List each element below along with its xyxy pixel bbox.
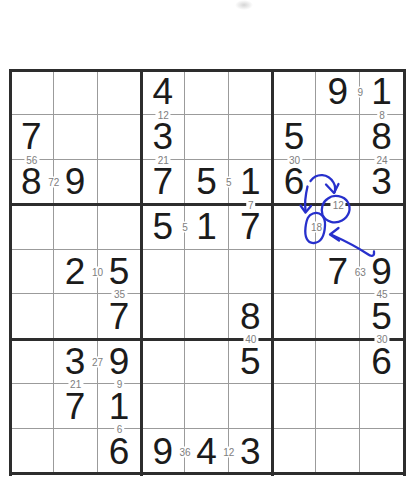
cell-r3c6[interactable]: 1: [229, 160, 273, 205]
cell-r2c9[interactable]: 8: [360, 115, 404, 160]
cell-r2c5[interactable]: [185, 115, 229, 160]
cell-r3c5[interactable]: 5: [185, 160, 229, 205]
board: 4917358897516351725797853956716943: [10, 70, 404, 474]
cell-r3c7[interactable]: 6: [273, 160, 317, 205]
cell-r7c6[interactable]: 5: [229, 339, 273, 384]
cell-r9c7[interactable]: [273, 429, 317, 474]
cell-r2c8[interactable]: [316, 115, 360, 160]
cell-r6c7[interactable]: [273, 294, 317, 339]
product-clue-5-r3c5-right: 5: [224, 177, 234, 188]
product-clue-30-r6c9-bottom: 30: [375, 334, 390, 345]
cell-r5c7[interactable]: [273, 250, 317, 295]
product-clue-56-r2c1-bottom: 56: [24, 154, 39, 165]
cell-r1c1[interactable]: [10, 70, 54, 115]
cell-r6c3[interactable]: 7: [98, 294, 142, 339]
cell-r9c8[interactable]: [316, 429, 360, 474]
product-clue-10-r5c2-right: 10: [90, 267, 105, 278]
product-clue-5-r4c4-right: 5: [180, 222, 190, 233]
product-clue-18-r4c7-right-circled: 18: [309, 222, 324, 233]
cell-r2c2[interactable]: [54, 115, 98, 160]
grid-box-line-v2: [271, 69, 274, 476]
cell-r3c8[interactable]: [316, 160, 360, 205]
product-clue-35-r5c3-bottom: 35: [112, 289, 127, 300]
product-clue-30-r2c7-bottom: 30: [287, 154, 302, 165]
cell-r8c3[interactable]: 1: [98, 384, 142, 429]
product-clue-12-r1c4-bottom: 12: [156, 109, 171, 120]
cell-r6c1[interactable]: [10, 294, 54, 339]
board-area: 4917358897516351725797853956716943 12985…: [0, 0, 410, 480]
cell-r8c2[interactable]: 7: [54, 384, 98, 429]
cell-r5c4[interactable]: [141, 250, 185, 295]
cell-r4c5[interactable]: 1: [185, 205, 229, 250]
cell-r8c7[interactable]: [273, 384, 317, 429]
product-clue-21-r2c4-bottom: 21: [156, 154, 171, 165]
product-clue-36-r9c4-right: 36: [178, 446, 193, 457]
cell-r8c1[interactable]: [10, 384, 54, 429]
grid-box-line-v1: [140, 69, 143, 476]
grid-box-line-h1: [9, 203, 406, 206]
cell-r4c2[interactable]: [54, 205, 98, 250]
cell-r1c3[interactable]: [98, 70, 142, 115]
product-clue-40-r6c6-bottom: 40: [243, 334, 258, 345]
cell-r2c4[interactable]: 3: [141, 115, 185, 160]
cell-r3c9[interactable]: 3: [360, 160, 404, 205]
cell-r4c4[interactable]: 5: [141, 205, 185, 250]
faint-artifact: [235, 0, 253, 10]
cell-r8c8[interactable]: [316, 384, 360, 429]
product-clue-12-r3c8-bottom-circled: 12: [331, 199, 346, 210]
cell-r1c2[interactable]: [54, 70, 98, 115]
grid-border-left: [9, 69, 12, 476]
cell-r7c5[interactable]: [185, 339, 229, 384]
cell-r7c8[interactable]: [316, 339, 360, 384]
cell-r5c5[interactable]: [185, 250, 229, 295]
product-clue-63-r5c8-right: 63: [353, 267, 368, 278]
cell-r7c7[interactable]: [273, 339, 317, 384]
cell-r7c9[interactable]: 6: [360, 339, 404, 384]
cell-r8c6[interactable]: [229, 384, 273, 429]
product-clue-27-r7c2-right: 27: [90, 356, 105, 367]
cell-r3c3[interactable]: [98, 160, 142, 205]
cell-r1c8[interactable]: 9: [316, 70, 360, 115]
cell-r2c1[interactable]: 7: [10, 115, 54, 160]
product-clue-24-r2c9-bottom: 24: [375, 154, 390, 165]
cell-r8c5[interactable]: [185, 384, 229, 429]
cell-r5c1[interactable]: [10, 250, 54, 295]
cell-r2c6[interactable]: [229, 115, 273, 160]
cell-r6c5[interactable]: [185, 294, 229, 339]
product-clue-8-r1c9-bottom: 8: [377, 109, 387, 120]
cell-r1c5[interactable]: [185, 70, 229, 115]
grid-box-line-h2: [9, 338, 406, 341]
cell-r9c9[interactable]: [360, 429, 404, 474]
cell-r1c4[interactable]: 4: [141, 70, 185, 115]
cell-r7c4[interactable]: [141, 339, 185, 384]
cell-r6c6[interactable]: 8: [229, 294, 273, 339]
product-clue-6-r8c3-bottom: 6: [115, 424, 125, 435]
cell-r2c3[interactable]: [98, 115, 142, 160]
cell-r6c4[interactable]: [141, 294, 185, 339]
product-clue-9-r1c8-right: 9: [355, 87, 365, 98]
cell-r4c9[interactable]: [360, 205, 404, 250]
cell-r9c3[interactable]: 6: [98, 429, 142, 474]
cell-r9c1[interactable]: [10, 429, 54, 474]
cell-r1c7[interactable]: [273, 70, 317, 115]
cell-r5c6[interactable]: [229, 250, 273, 295]
cell-r4c3[interactable]: [98, 205, 142, 250]
cell-r8c4[interactable]: [141, 384, 185, 429]
cell-r6c9[interactable]: 5: [360, 294, 404, 339]
product-clue-7-r3c6-bottom: 7: [246, 199, 256, 210]
grid-border-top: [9, 69, 406, 72]
cell-r6c2[interactable]: [54, 294, 98, 339]
product-clue-45-r5c9-bottom: 45: [375, 289, 390, 300]
cell-r4c6[interactable]: 7: [229, 205, 273, 250]
grid-border-bottom: [9, 472, 406, 475]
cell-r6c8[interactable]: [316, 294, 360, 339]
product-clue-9-r7c3-bottom: 9: [115, 379, 125, 390]
cell-r3c4[interactable]: 7: [141, 160, 185, 205]
product-clue-72-r3c1-right: 72: [46, 177, 61, 188]
product-clue-21-r7c2-bottom: 21: [68, 379, 83, 390]
cell-r1c9[interactable]: 1: [360, 70, 404, 115]
cell-r7c1[interactable]: [10, 339, 54, 384]
cell-r8c9[interactable]: [360, 384, 404, 429]
grid-border-right: [403, 69, 406, 476]
cell-r4c1[interactable]: [10, 205, 54, 250]
cell-r9c2[interactable]: [54, 429, 98, 474]
cell-r2c7[interactable]: 5: [273, 115, 317, 160]
product-clue-12-r9c5-right: 12: [221, 446, 236, 457]
cell-r1c6[interactable]: [229, 70, 273, 115]
